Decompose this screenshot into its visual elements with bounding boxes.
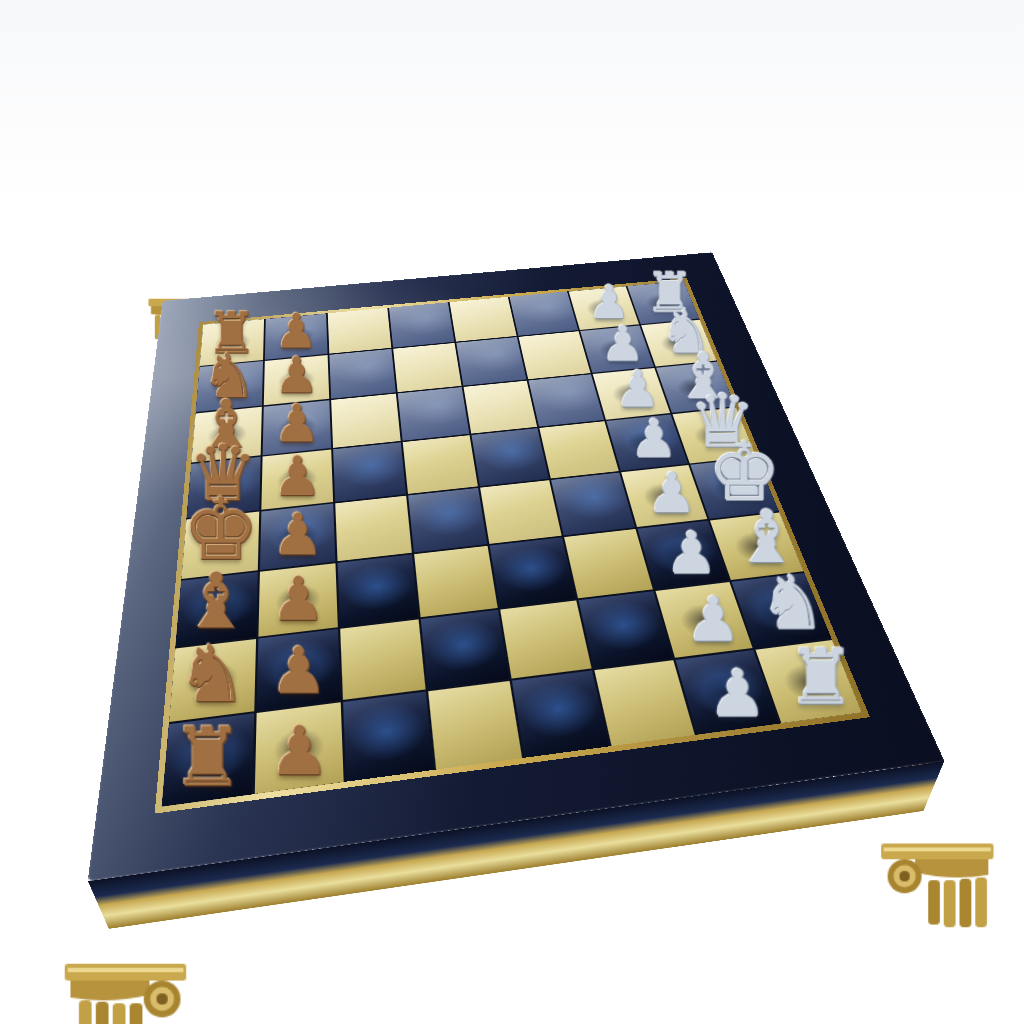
square-f7: ♟	[258, 563, 337, 637]
board-foot-front-left	[61, 964, 191, 1024]
playing-field-frame: ♜♟♟♜♞♟♟♞♝♟♟♝♛♟♟♛♚♟♟♚♝♟♟♝♞♟♟♞♜♟♟♜	[155, 278, 870, 814]
chess-board: ♜♟♟♜♞♟♟♞♝♟♟♝♛♟♟♛♚♟♟♚♝♟♟♝♞♟♟♞♜♟♟♜	[88, 252, 945, 881]
square-g2: ♟	[656, 582, 753, 658]
square-b5	[393, 343, 461, 392]
square-h5	[428, 681, 522, 770]
white-pawn: ♟	[695, 662, 779, 727]
white-knight: ♞	[753, 566, 832, 641]
square-e3	[551, 473, 635, 536]
square-f6	[338, 554, 419, 626]
square-e6	[335, 496, 412, 561]
square-h3	[594, 660, 694, 746]
board-foot-front-right	[877, 844, 997, 930]
black-pawn: ♟	[257, 639, 340, 703]
square-d4	[471, 428, 548, 486]
black-pawn: ♟	[262, 450, 333, 505]
square-b4	[456, 337, 526, 386]
square-f2: ♟	[638, 521, 729, 589]
square-b6	[329, 349, 395, 399]
square-g7: ♟	[257, 629, 341, 711]
square-a3	[509, 292, 578, 336]
square-f5	[414, 546, 498, 617]
square-d3	[539, 421, 619, 478]
square-h6	[343, 692, 434, 782]
square-h8: ♜	[162, 713, 254, 806]
white-pawn: ♟	[620, 413, 689, 466]
black-pawn: ♟	[259, 569, 338, 630]
square-c4	[464, 381, 538, 434]
black-knight: ♞	[170, 635, 254, 714]
square-e2: ♟	[621, 465, 707, 527]
black-pawn: ♟	[255, 718, 343, 786]
square-h2: ♟	[676, 650, 780, 735]
ionic-capital-icon	[877, 844, 997, 930]
square-a6	[328, 308, 392, 354]
square-a4	[450, 297, 517, 342]
square-c5	[398, 387, 470, 441]
square-d6	[333, 442, 406, 501]
square-h4	[512, 670, 609, 757]
black-rook: ♜	[163, 717, 252, 798]
ionic-capital-icon	[61, 964, 191, 1024]
white-pawn: ♟	[636, 466, 708, 522]
square-f3	[564, 529, 653, 598]
square-f4	[490, 537, 576, 607]
square-g6	[340, 619, 425, 700]
square-g5	[421, 610, 509, 689]
square-e4	[480, 480, 562, 544]
square-e7: ♟	[260, 504, 335, 570]
square-c3	[529, 374, 605, 426]
square-b3	[519, 331, 591, 379]
black-pawn: ♟	[263, 398, 331, 450]
square-c6	[331, 394, 400, 448]
black-pawn: ♟	[260, 506, 335, 564]
square-g4	[500, 600, 591, 678]
square-e5	[408, 488, 487, 553]
square-h7: ♟	[255, 702, 344, 794]
white-rook: ♜	[779, 639, 863, 716]
square-d5	[403, 435, 478, 494]
product-photo-scene: ♜♟♟♜♞♟♟♞♝♟♟♝♛♟♟♛♚♟♟♚♝♟♟♝♞♟♟♞♜♟♟♜	[0, 0, 1024, 1024]
square-a5	[389, 302, 454, 347]
white-pawn: ♟	[673, 589, 753, 651]
playing-field: ♜♟♟♜♞♟♟♞♝♟♟♝♛♟♟♛♚♟♟♚♝♟♟♝♞♟♟♞♜♟♟♜	[162, 281, 862, 806]
white-pawn: ♟	[654, 524, 730, 582]
